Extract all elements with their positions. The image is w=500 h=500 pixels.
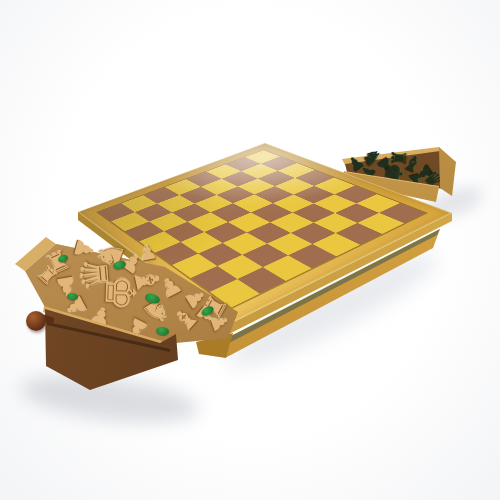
chess-piece[interactable]: ♟ (137, 241, 159, 265)
chess-box-scene: ♟♞♟♜♚♝♟♟♛♟ ♜♟♞♟♛♟♝♟♚♟♜♟♞♟♝♟♟♜♟♟ (0, 0, 500, 500)
drawer-knob[interactable] (26, 311, 46, 331)
